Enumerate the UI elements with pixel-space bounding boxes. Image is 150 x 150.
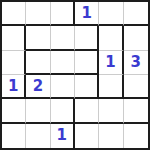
cell-r5c3[interactable]	[75, 124, 99, 148]
cell-r0c0[interactable]	[2, 2, 26, 26]
cell-r5c2: 1	[51, 124, 75, 148]
cell-r1c0[interactable]	[2, 26, 26, 50]
cell-r4c0[interactable]	[2, 99, 26, 123]
suguru-board: 113121	[0, 0, 150, 150]
cell-r0c2[interactable]	[51, 2, 75, 26]
cell-r0c1[interactable]	[26, 2, 50, 26]
cell-r2c0[interactable]	[2, 51, 26, 75]
cell-r4c3[interactable]	[75, 99, 99, 123]
cell-r3c5[interactable]	[124, 75, 148, 99]
cell-r4c5[interactable]	[124, 99, 148, 123]
cell-r5c4[interactable]	[99, 124, 123, 148]
cell-r1c5[interactable]	[124, 26, 148, 50]
cell-r2c2[interactable]	[51, 51, 75, 75]
cell-r5c1[interactable]	[26, 124, 50, 148]
cell-r5c5[interactable]	[124, 124, 148, 148]
cell-r2c5: 3	[124, 51, 148, 75]
cell-r3c1: 2	[26, 75, 50, 99]
cell-r5c0[interactable]	[2, 124, 26, 148]
cell-r2c4: 1	[99, 51, 123, 75]
cell-r1c2[interactable]	[51, 26, 75, 50]
cell-r4c1[interactable]	[26, 99, 50, 123]
cell-r3c4[interactable]	[99, 75, 123, 99]
cell-r4c4[interactable]	[99, 99, 123, 123]
cell-r3c0: 1	[2, 75, 26, 99]
cell-r0c5[interactable]	[124, 2, 148, 26]
cell-r1c4[interactable]	[99, 26, 123, 50]
puzzle-page: 113121	[0, 0, 150, 150]
cell-r1c3[interactable]	[75, 26, 99, 50]
cell-r2c3[interactable]	[75, 51, 99, 75]
cell-r3c2[interactable]	[51, 75, 75, 99]
cell-r0c4[interactable]	[99, 2, 123, 26]
cell-r2c1[interactable]	[26, 51, 50, 75]
cell-r4c2[interactable]	[51, 99, 75, 123]
cell-r3c3[interactable]	[75, 75, 99, 99]
cell-r0c3: 1	[75, 2, 99, 26]
cell-r1c1[interactable]	[26, 26, 50, 50]
